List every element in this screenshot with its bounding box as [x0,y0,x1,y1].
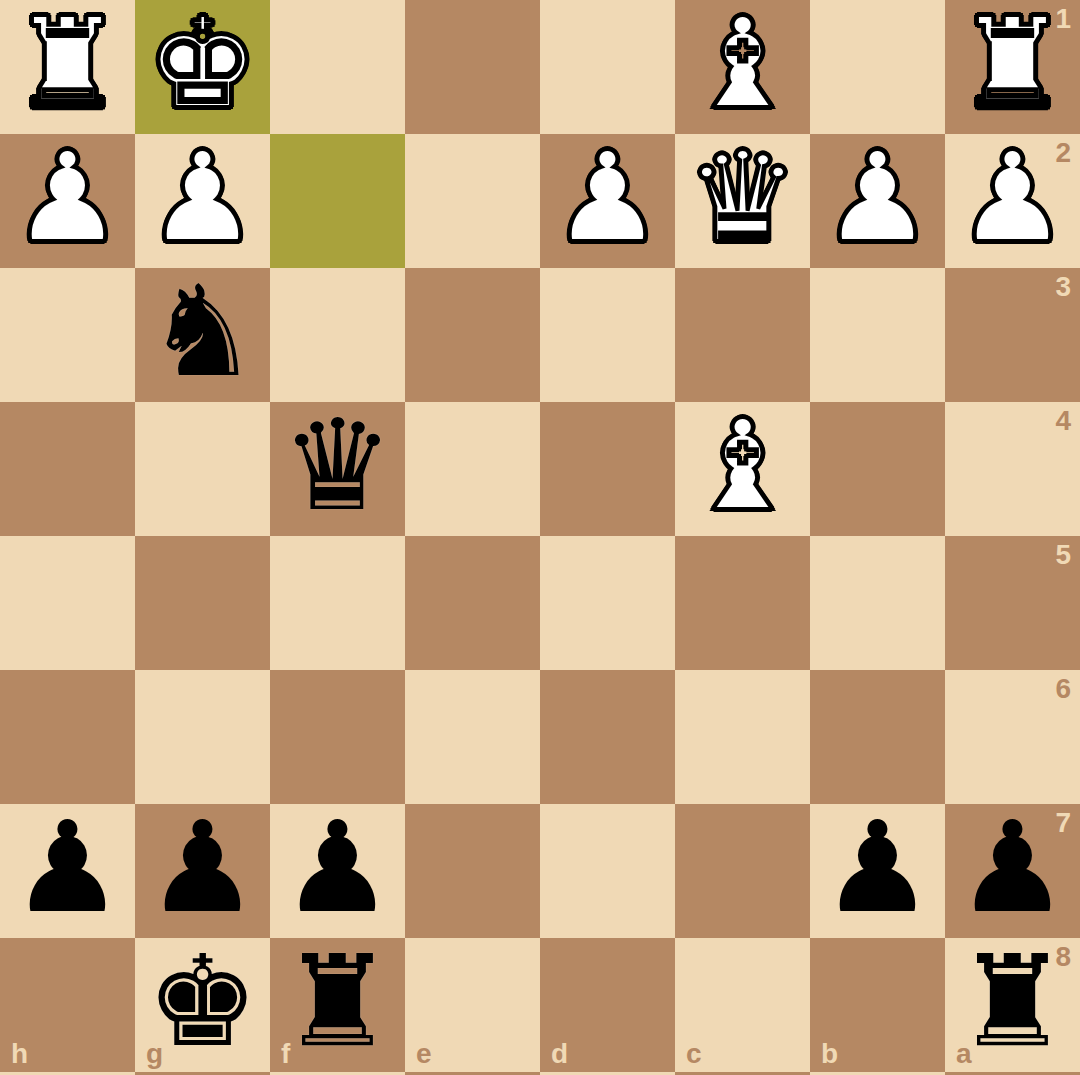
square-f4[interactable]: ♛ [270,402,405,536]
square-h4[interactable] [0,402,135,536]
square-d7[interactable] [540,804,675,938]
square-b8[interactable]: b [810,938,945,1072]
square-a3[interactable]: 3 [945,268,1080,402]
black-knight-g3[interactable]: ♞ [146,269,259,395]
square-h7[interactable]: ♟ [0,804,135,938]
rank-label-1: 1 [1055,5,1071,33]
square-f7[interactable]: ♟ [270,804,405,938]
square-d8[interactable]: d [540,938,675,1072]
square-h6[interactable] [0,670,135,804]
white-king-g1[interactable]: ♚ [146,1,259,127]
file-label-h: h [11,1040,28,1068]
square-g3[interactable]: ♞ [135,268,270,402]
square-b1[interactable] [810,0,945,134]
white-pawn-b2[interactable]: ♟ [821,135,934,261]
square-d3[interactable] [540,268,675,402]
black-pawn-a7[interactable]: ♟ [956,805,1069,931]
square-f1[interactable] [270,0,405,134]
square-h8[interactable]: h [0,938,135,1072]
white-pawn-h2[interactable]: ♟ [11,135,124,261]
square-g6[interactable] [135,670,270,804]
rank-label-8: 8 [1055,943,1071,971]
square-g1[interactable]: ♚ [135,0,270,134]
square-b3[interactable] [810,268,945,402]
square-a7[interactable]: ♟7 [945,804,1080,938]
rank-label-6: 6 [1055,675,1071,703]
white-rook-h1[interactable]: ♜ [11,1,124,127]
white-pawn-g2[interactable]: ♟ [146,135,259,261]
square-h5[interactable] [0,536,135,670]
file-label-e: e [416,1040,432,1068]
white-bishop-c4[interactable]: ♝ [686,403,799,529]
file-label-f: f [281,1040,290,1068]
rank-label-7: 7 [1055,809,1071,837]
square-d5[interactable] [540,536,675,670]
black-pawn-b7[interactable]: ♟ [821,805,934,931]
square-g7[interactable]: ♟ [135,804,270,938]
black-pawn-f7[interactable]: ♟ [281,805,394,931]
rank-label-4: 4 [1055,407,1071,435]
square-h2[interactable]: ♟ [0,134,135,268]
square-e7[interactable] [405,804,540,938]
square-d6[interactable] [540,670,675,804]
square-d4[interactable] [540,402,675,536]
rank-label-3: 3 [1055,273,1071,301]
file-label-a: a [956,1040,972,1068]
square-a5[interactable]: 5 [945,536,1080,670]
square-e8[interactable]: e [405,938,540,1072]
black-queen-f4[interactable]: ♛ [281,403,394,529]
square-b5[interactable] [810,536,945,670]
square-h3[interactable] [0,268,135,402]
black-pawn-g7[interactable]: ♟ [146,805,259,931]
square-b6[interactable] [810,670,945,804]
square-g5[interactable] [135,536,270,670]
square-e1[interactable] [405,0,540,134]
file-label-b: b [821,1040,838,1068]
square-e6[interactable] [405,670,540,804]
file-label-d: d [551,1040,568,1068]
square-f8[interactable]: ♜f [270,938,405,1072]
rank-label-5: 5 [1055,541,1071,569]
square-c5[interactable] [675,536,810,670]
square-f3[interactable] [270,268,405,402]
square-a4[interactable]: 4 [945,402,1080,536]
square-c2[interactable]: ♛ [675,134,810,268]
square-a8[interactable]: ♜8a [945,938,1080,1072]
square-c1[interactable]: ♝ [675,0,810,134]
square-e3[interactable] [405,268,540,402]
square-g8[interactable]: ♚g [135,938,270,1072]
white-pawn-a2[interactable]: ♟ [956,135,1069,261]
square-a2[interactable]: ♟2 [945,134,1080,268]
square-b2[interactable]: ♟ [810,134,945,268]
square-c8[interactable]: c [675,938,810,1072]
square-b4[interactable] [810,402,945,536]
square-c4[interactable]: ♝ [675,402,810,536]
square-g2[interactable]: ♟ [135,134,270,268]
chess-board: ♜♚♝♜1♟♟♟♛♟♟2♞3♛♝456♟♟♟♟♟7h♚g♜fedcb♜8a [0,0,1080,1072]
square-d1[interactable] [540,0,675,134]
square-b7[interactable]: ♟ [810,804,945,938]
square-e5[interactable] [405,536,540,670]
chess-board-wrap: ♜♚♝♜1♟♟♟♛♟♟2♞3♛♝456♟♟♟♟♟7h♚g♜fedcb♜8a [0,0,1080,1075]
white-pawn-d2[interactable]: ♟ [551,135,664,261]
square-e2[interactable] [405,134,540,268]
black-rook-a8[interactable]: ♜ [956,939,1069,1065]
square-f5[interactable] [270,536,405,670]
file-label-g: g [146,1040,163,1068]
white-queen-c2[interactable]: ♛ [686,135,799,261]
square-c7[interactable] [675,804,810,938]
black-pawn-h7[interactable]: ♟ [11,805,124,931]
black-rook-f8[interactable]: ♜ [281,939,394,1065]
file-label-c: c [686,1040,702,1068]
rank-label-2: 2 [1055,139,1071,167]
square-h1[interactable]: ♜ [0,0,135,134]
square-c3[interactable] [675,268,810,402]
square-d2[interactable]: ♟ [540,134,675,268]
square-a6[interactable]: 6 [945,670,1080,804]
square-e4[interactable] [405,402,540,536]
square-g4[interactable] [135,402,270,536]
square-a1[interactable]: ♜1 [945,0,1080,134]
white-rook-a1[interactable]: ♜ [956,1,1069,127]
square-f6[interactable] [270,670,405,804]
white-bishop-c1[interactable]: ♝ [686,1,799,127]
square-f2[interactable] [270,134,405,268]
square-c6[interactable] [675,670,810,804]
